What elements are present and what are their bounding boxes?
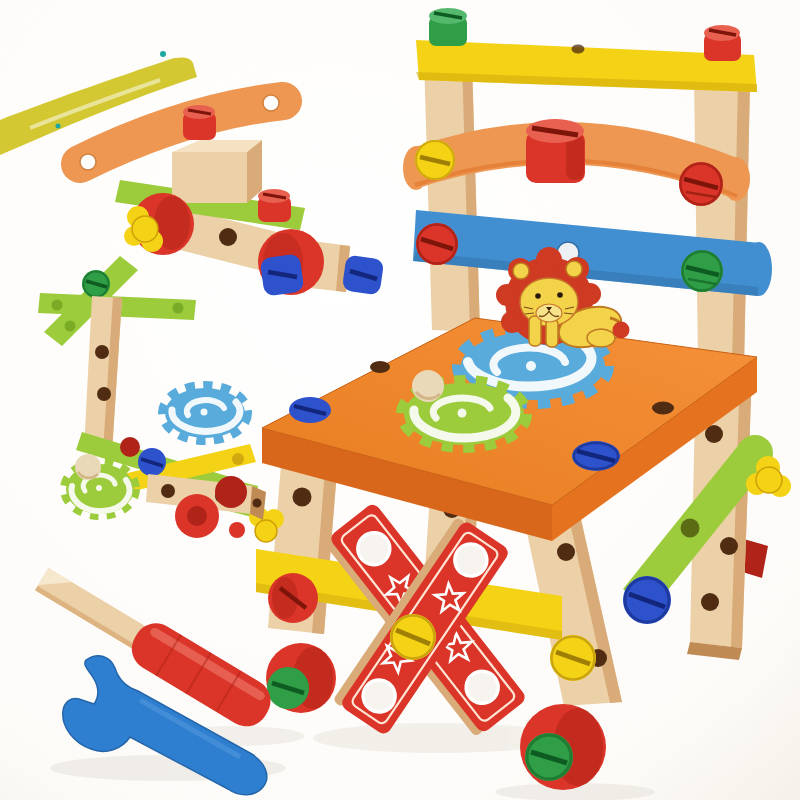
- beam-hole: [219, 228, 237, 246]
- bar-hole: [572, 45, 585, 54]
- green-screw-top-left: [429, 8, 467, 46]
- lion-muzzle: [536, 304, 562, 322]
- backrest-left-post: [424, 58, 480, 332]
- red-screw-on-wing: [183, 105, 216, 140]
- lion-ear: [513, 263, 529, 279]
- lion-front-leg: [546, 319, 558, 347]
- slat-hole: [52, 300, 63, 311]
- wing-hole: [80, 154, 96, 170]
- lion-hind-leg: [587, 329, 615, 347]
- product-photo: [0, 0, 800, 800]
- green-screw-rotor: [82, 270, 110, 298]
- backrest-right-post: [694, 76, 750, 366]
- lion-tail-tuft: [613, 322, 630, 339]
- wooden-ball: [412, 370, 444, 402]
- slat-hole: [173, 303, 184, 314]
- red-wheel-bottom: [520, 704, 606, 790]
- toy-chair-photo: [0, 0, 800, 800]
- heli-blue-gear: [165, 388, 245, 438]
- seat-hole: [370, 361, 390, 373]
- heli-wooden-ball: [75, 454, 101, 480]
- red-screw-slat-left: [416, 223, 458, 265]
- red-screw-arch-right: [679, 162, 723, 206]
- green-screw-slat-right: [681, 250, 723, 292]
- blue-screw-plane-right: [342, 255, 385, 296]
- strip-hole: [681, 519, 700, 538]
- seat-hole: [652, 402, 674, 415]
- red-knob-rail-left: [268, 573, 318, 623]
- big-red-screw-arch-center: [526, 119, 585, 183]
- lion-eye: [535, 293, 541, 299]
- yellow-screw-front-leg: [550, 635, 596, 681]
- slat-hole: [65, 321, 76, 332]
- teal-speck: [160, 51, 166, 57]
- red-screw-mid: [258, 189, 291, 222]
- red-wheel-left: [266, 643, 336, 713]
- heli-rear-wheel: [215, 476, 247, 508]
- plane-wood-block: [172, 140, 262, 203]
- yellow-screw-cross-center: [390, 614, 436, 660]
- blue-screw-heli: [138, 448, 166, 476]
- wing-hole: [263, 95, 279, 111]
- lion-eye: [557, 292, 563, 298]
- heli-front-wheel: [175, 494, 219, 538]
- blue-nut-on-seat-left: [289, 397, 331, 423]
- red-screw-top-right: [704, 25, 741, 61]
- blue-screw-right-strip: [623, 576, 671, 624]
- yellow-screw-arch-left: [415, 140, 455, 180]
- lion-ear: [566, 261, 582, 277]
- red-cap-heli: [120, 437, 140, 457]
- teal-speck: [56, 124, 61, 129]
- lion-front-leg: [529, 316, 541, 346]
- blue-nut-on-seat-right: [572, 441, 620, 471]
